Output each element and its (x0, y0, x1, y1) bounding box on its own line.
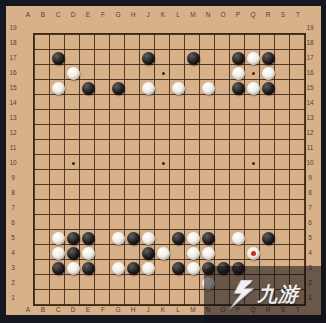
white-stone (187, 262, 200, 275)
coordinate-label: 15 (5, 84, 21, 92)
black-stone (142, 52, 155, 65)
coordinate-label: D (67, 11, 79, 19)
coordinate-label: R (262, 11, 274, 19)
white-stone (232, 232, 245, 245)
white-stone (247, 247, 260, 260)
black-stone (127, 262, 140, 275)
black-stone (202, 232, 215, 245)
black-stone (262, 52, 275, 65)
coordinate-label: J (142, 11, 154, 19)
coordinate-label: 12 (5, 129, 21, 137)
watermark: 九游 (204, 266, 326, 323)
white-stone (112, 232, 125, 245)
coordinate-label: 7 (5, 204, 21, 212)
coordinate-label: 19 (5, 24, 21, 32)
black-stone (82, 262, 95, 275)
black-stone (172, 262, 185, 275)
white-stone (172, 82, 185, 95)
last-move-marker (251, 251, 256, 256)
white-stone (247, 82, 260, 95)
black-stone (172, 232, 185, 245)
black-stone (262, 232, 275, 245)
coordinate-label: 9 (302, 174, 318, 182)
star-point (252, 72, 255, 75)
coordinate-label: 3 (5, 264, 21, 272)
coordinate-label: 14 (302, 99, 318, 107)
coordinate-label: 19 (302, 24, 318, 32)
coordinate-label: E (82, 306, 94, 314)
go-app-screen: ABCDEFGHJKLMNOPQRST ABCDEFGHJKLMNOPQRST … (0, 0, 326, 323)
coordinate-label: 1 (5, 294, 21, 302)
white-stone (187, 232, 200, 245)
white-stone (112, 262, 125, 275)
white-stone (142, 262, 155, 275)
white-stone (142, 232, 155, 245)
coordinate-label: A (22, 306, 34, 314)
coordinate-label: E (82, 11, 94, 19)
black-stone (82, 82, 95, 95)
coordinate-label: 17 (5, 54, 21, 62)
coordinate-label: 9 (5, 174, 21, 182)
white-stone (187, 247, 200, 260)
white-stone (232, 67, 245, 80)
coordinate-label: O (217, 11, 229, 19)
coordinate-label: H (127, 11, 139, 19)
black-stone (232, 52, 245, 65)
coordinate-label: 18 (5, 39, 21, 47)
star-point (162, 162, 165, 165)
coordinate-label: 8 (302, 189, 318, 197)
coordinate-label: 15 (302, 84, 318, 92)
coordinate-label: F (97, 306, 109, 314)
coordinate-label: B (37, 306, 49, 314)
coordinate-label: G (112, 306, 124, 314)
black-stone (52, 262, 65, 275)
coordinate-label: K (157, 11, 169, 19)
coordinate-label: 12 (302, 129, 318, 137)
black-stone (262, 82, 275, 95)
coordinate-label: 11 (5, 144, 21, 152)
coordinate-label: 7 (302, 204, 318, 212)
black-stone (112, 82, 125, 95)
coordinate-label: B (37, 11, 49, 19)
star-point (72, 162, 75, 165)
coordinate-label: K (157, 306, 169, 314)
coordinate-label: 4 (302, 249, 318, 257)
coordinate-label: J (142, 306, 154, 314)
coordinate-label: 10 (302, 159, 318, 167)
coordinate-label: G (112, 11, 124, 19)
coordinate-label: C (52, 306, 64, 314)
coordinate-label: A (22, 11, 34, 19)
coordinate-label: 13 (302, 114, 318, 122)
coordinate-label: 10 (5, 159, 21, 167)
black-stone (82, 232, 95, 245)
white-stone (52, 247, 65, 260)
black-stone (142, 247, 155, 260)
coordinate-label: 6 (5, 219, 21, 227)
coordinate-label: T (292, 11, 304, 19)
coordinate-label: M (187, 306, 199, 314)
coordinate-label: F (97, 11, 109, 19)
coordinate-label: 18 (302, 39, 318, 47)
coordinate-label: 4 (5, 249, 21, 257)
white-stone (67, 262, 80, 275)
white-stone (82, 247, 95, 260)
black-stone (52, 52, 65, 65)
jiuyou-logo-icon (229, 280, 255, 310)
coordinate-label: 13 (5, 114, 21, 122)
coordinate-label: L (172, 11, 184, 19)
white-stone (247, 52, 260, 65)
coordinate-label: 11 (302, 144, 318, 152)
coordinate-label: P (232, 11, 244, 19)
white-stone (67, 67, 80, 80)
black-stone (232, 82, 245, 95)
star-point (162, 72, 165, 75)
jiuyou-logo-text: 九游 (257, 281, 299, 308)
white-stone (157, 247, 170, 260)
black-stone (127, 232, 140, 245)
white-stone (202, 82, 215, 95)
coordinate-label: 14 (5, 99, 21, 107)
black-stone (187, 52, 200, 65)
coordinate-label: 6 (302, 219, 318, 227)
coordinate-label: 2 (5, 279, 21, 287)
coordinate-label: 5 (5, 234, 21, 242)
coordinate-label: 16 (302, 69, 318, 77)
star-point (252, 162, 255, 165)
coordinate-label: S (277, 11, 289, 19)
coordinate-label: D (67, 306, 79, 314)
coordinate-label: C (52, 11, 64, 19)
coordinate-label: N (202, 11, 214, 19)
coordinate-label: 8 (5, 189, 21, 197)
coordinate-label: M (187, 11, 199, 19)
white-stone (262, 67, 275, 80)
black-stone (67, 247, 80, 260)
coordinate-label: H (127, 306, 139, 314)
black-stone (67, 232, 80, 245)
white-stone (202, 247, 215, 260)
white-stone (52, 82, 65, 95)
coordinate-label: 17 (302, 54, 318, 62)
coordinate-label: 16 (5, 69, 21, 77)
white-stone (142, 82, 155, 95)
coordinate-label: 5 (302, 234, 318, 242)
coordinate-label: Q (247, 11, 259, 19)
coordinate-label: L (172, 306, 184, 314)
white-stone (52, 232, 65, 245)
